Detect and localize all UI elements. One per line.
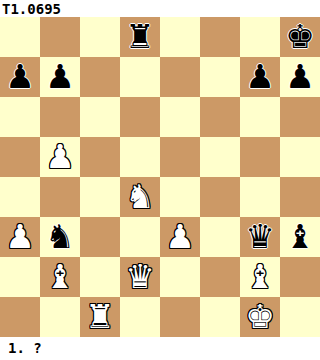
puzzle-id: T1.0695 <box>2 1 61 17</box>
square-g3[interactable]: ♛ <box>240 217 280 257</box>
square-h5[interactable] <box>280 137 320 177</box>
square-f2[interactable] <box>200 257 240 297</box>
square-h1[interactable] <box>280 297 320 337</box>
square-f4[interactable] <box>200 177 240 217</box>
square-h4[interactable] <box>280 177 320 217</box>
white-knight[interactable]: ♞ <box>125 177 155 217</box>
square-b8[interactable] <box>40 17 80 57</box>
square-e4[interactable] <box>160 177 200 217</box>
square-e8[interactable] <box>160 17 200 57</box>
square-c6[interactable] <box>80 97 120 137</box>
square-e5[interactable] <box>160 137 200 177</box>
square-h3[interactable]: ♝ <box>280 217 320 257</box>
square-h6[interactable] <box>280 97 320 137</box>
chess-board: ♜♚♟♟♟♟♟♞♟♞♟♛♝♝♛♝♜♚ <box>0 17 320 337</box>
white-pawn[interactable]: ♟ <box>45 137 75 177</box>
square-e2[interactable] <box>160 257 200 297</box>
square-a8[interactable] <box>0 17 40 57</box>
square-g4[interactable] <box>240 177 280 217</box>
square-g1[interactable]: ♚ <box>240 297 280 337</box>
square-h2[interactable] <box>280 257 320 297</box>
black-pawn[interactable]: ♟ <box>5 57 35 97</box>
square-h8[interactable]: ♚ <box>280 17 320 57</box>
square-g5[interactable] <box>240 137 280 177</box>
black-pawn[interactable]: ♟ <box>285 57 315 97</box>
black-knight[interactable]: ♞ <box>45 217 75 257</box>
square-d5[interactable] <box>120 137 160 177</box>
square-e1[interactable] <box>160 297 200 337</box>
square-d8[interactable]: ♜ <box>120 17 160 57</box>
square-a5[interactable] <box>0 137 40 177</box>
square-b4[interactable] <box>40 177 80 217</box>
square-e7[interactable] <box>160 57 200 97</box>
square-e6[interactable] <box>160 97 200 137</box>
square-d1[interactable] <box>120 297 160 337</box>
square-g8[interactable] <box>240 17 280 57</box>
square-b5[interactable]: ♟ <box>40 137 80 177</box>
square-f6[interactable] <box>200 97 240 137</box>
square-f3[interactable] <box>200 217 240 257</box>
square-f1[interactable] <box>200 297 240 337</box>
square-c4[interactable] <box>80 177 120 217</box>
square-c7[interactable] <box>80 57 120 97</box>
black-pawn[interactable]: ♟ <box>245 57 275 97</box>
square-g7[interactable]: ♟ <box>240 57 280 97</box>
square-b6[interactable] <box>40 97 80 137</box>
white-king[interactable]: ♚ <box>245 297 275 337</box>
square-e3[interactable]: ♟ <box>160 217 200 257</box>
square-c3[interactable] <box>80 217 120 257</box>
chess-puzzle-app: T1.0695 ♜♚♟♟♟♟♟♞♟♞♟♛♝♝♛♝♜♚ 1. ? <box>0 0 320 360</box>
square-b2[interactable]: ♝ <box>40 257 80 297</box>
square-a4[interactable] <box>0 177 40 217</box>
white-pawn[interactable]: ♟ <box>5 217 35 257</box>
square-a3[interactable]: ♟ <box>0 217 40 257</box>
black-rook[interactable]: ♜ <box>125 17 155 57</box>
square-d6[interactable] <box>120 97 160 137</box>
white-bishop[interactable]: ♝ <box>45 257 75 297</box>
white-rook[interactable]: ♜ <box>85 297 115 337</box>
black-pawn[interactable]: ♟ <box>45 57 75 97</box>
square-f8[interactable] <box>200 17 240 57</box>
move-bar: 1. ? <box>0 337 320 360</box>
square-d4[interactable]: ♞ <box>120 177 160 217</box>
square-c8[interactable] <box>80 17 120 57</box>
white-bishop[interactable]: ♝ <box>245 257 275 297</box>
square-b7[interactable]: ♟ <box>40 57 80 97</box>
square-a6[interactable] <box>0 97 40 137</box>
square-d2[interactable]: ♛ <box>120 257 160 297</box>
square-a1[interactable] <box>0 297 40 337</box>
black-bishop[interactable]: ♝ <box>285 217 315 257</box>
title-bar: T1.0695 <box>0 0 320 17</box>
square-g2[interactable]: ♝ <box>240 257 280 297</box>
square-f7[interactable] <box>200 57 240 97</box>
square-c1[interactable]: ♜ <box>80 297 120 337</box>
square-c5[interactable] <box>80 137 120 177</box>
black-king[interactable]: ♚ <box>285 17 315 57</box>
white-queen[interactable]: ♛ <box>125 257 155 297</box>
black-queen[interactable]: ♛ <box>245 217 275 257</box>
square-b1[interactable] <box>40 297 80 337</box>
square-f5[interactable] <box>200 137 240 177</box>
move-prompt: 1. ? <box>8 340 42 356</box>
square-a7[interactable]: ♟ <box>0 57 40 97</box>
square-c2[interactable] <box>80 257 120 297</box>
square-g6[interactable] <box>240 97 280 137</box>
square-b3[interactable]: ♞ <box>40 217 80 257</box>
white-pawn[interactable]: ♟ <box>165 217 195 257</box>
square-d7[interactable] <box>120 57 160 97</box>
square-h7[interactable]: ♟ <box>280 57 320 97</box>
square-d3[interactable] <box>120 217 160 257</box>
square-a2[interactable] <box>0 257 40 297</box>
